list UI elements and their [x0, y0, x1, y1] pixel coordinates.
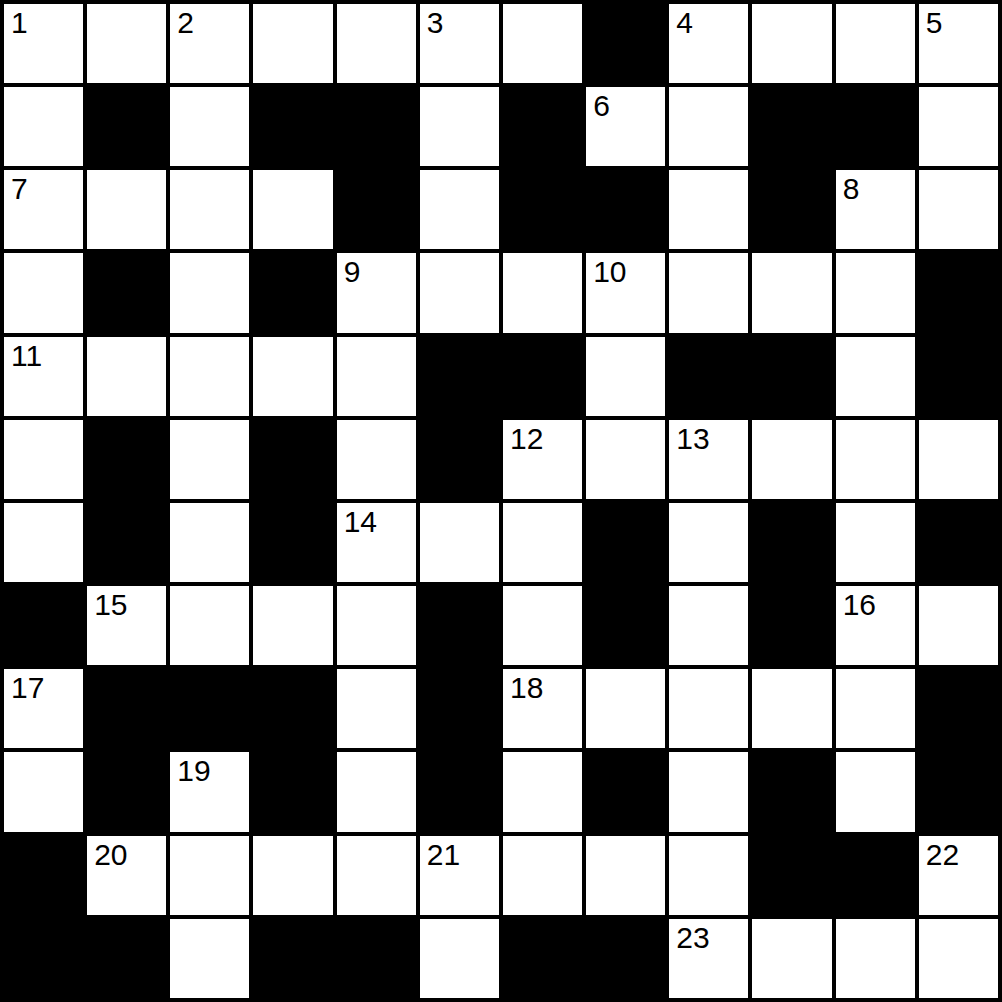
black-cell-r2c4	[337, 170, 416, 249]
cell-r2c2[interactable]	[170, 170, 249, 249]
cell-r0c9[interactable]	[752, 4, 831, 83]
cell-r0c1[interactable]	[87, 4, 166, 83]
cell-r6c0[interactable]	[4, 503, 83, 582]
black-cell-r8c1	[87, 669, 166, 748]
black-cell-r9c11	[919, 752, 998, 831]
cell-r5c4[interactable]	[337, 420, 416, 499]
cell-r3c2[interactable]	[170, 253, 249, 332]
cell-r3c5[interactable]	[420, 253, 499, 332]
clue-number-7: 7	[11, 172, 28, 205]
clue-number-12: 12	[510, 422, 543, 455]
cell-r5c9[interactable]	[752, 420, 831, 499]
clue-number-13: 13	[676, 422, 709, 455]
cell-r6c5[interactable]	[420, 503, 499, 582]
cell-r10c4[interactable]	[337, 836, 416, 915]
black-cell-r9c5	[420, 752, 499, 831]
cell-r7c4[interactable]	[337, 586, 416, 665]
cell-r11c8[interactable]: 23	[669, 919, 748, 998]
black-cell-r10c0	[4, 836, 83, 915]
black-cell-r11c3	[253, 919, 332, 998]
clue-number-14: 14	[344, 505, 377, 538]
cell-r11c9[interactable]	[752, 919, 831, 998]
cell-r7c2[interactable]	[170, 586, 249, 665]
clue-number-2: 2	[177, 6, 194, 39]
clue-number-23: 23	[676, 921, 709, 954]
black-cell-r5c5	[420, 420, 499, 499]
black-cell-r7c9	[752, 586, 831, 665]
black-cell-r2c7	[586, 170, 665, 249]
black-cell-r5c1	[87, 420, 166, 499]
clue-number-15: 15	[94, 588, 127, 621]
cell-r5c11[interactable]	[919, 420, 998, 499]
clue-number-17: 17	[11, 671, 44, 704]
cell-r1c0[interactable]	[4, 87, 83, 166]
black-cell-r9c3	[253, 752, 332, 831]
cell-r9c10[interactable]	[836, 752, 915, 831]
cell-r5c0[interactable]	[4, 420, 83, 499]
cell-r3c7[interactable]: 10	[586, 253, 665, 332]
clue-number-21: 21	[427, 838, 460, 871]
black-cell-r2c9	[752, 170, 831, 249]
cell-r7c6[interactable]	[503, 586, 582, 665]
cell-r10c1[interactable]: 20	[87, 836, 166, 915]
cell-r7c3[interactable]	[253, 586, 332, 665]
cell-r10c7[interactable]	[586, 836, 665, 915]
clue-number-16: 16	[843, 588, 876, 621]
cell-r6c2[interactable]	[170, 503, 249, 582]
cell-r10c2[interactable]	[170, 836, 249, 915]
black-cell-r8c3	[253, 669, 332, 748]
cell-r10c8[interactable]	[669, 836, 748, 915]
cell-r8c10[interactable]	[836, 669, 915, 748]
black-cell-r1c6	[503, 87, 582, 166]
black-cell-r0c7	[586, 4, 665, 83]
black-cell-r4c6	[503, 337, 582, 416]
cell-r3c4[interactable]: 9	[337, 253, 416, 332]
cell-r8c8[interactable]	[669, 669, 748, 748]
cell-r10c3[interactable]	[253, 836, 332, 915]
clue-number-20: 20	[94, 838, 127, 871]
cell-r0c3[interactable]	[253, 4, 332, 83]
black-cell-r11c7	[586, 919, 665, 998]
black-cell-r8c11	[919, 669, 998, 748]
cell-r8c7[interactable]	[586, 669, 665, 748]
cell-r1c8[interactable]	[669, 87, 748, 166]
cell-r0c5[interactable]: 3	[420, 4, 499, 83]
cell-r6c4[interactable]: 14	[337, 503, 416, 582]
black-cell-r10c9	[752, 836, 831, 915]
cell-r8c9[interactable]	[752, 669, 831, 748]
black-cell-r11c0	[4, 919, 83, 998]
black-cell-r7c5	[420, 586, 499, 665]
cell-r2c5[interactable]	[420, 170, 499, 249]
cell-r4c2[interactable]	[170, 337, 249, 416]
cell-r7c1[interactable]: 15	[87, 586, 166, 665]
cell-r0c2[interactable]: 2	[170, 4, 249, 83]
black-cell-r11c1	[87, 919, 166, 998]
black-cell-r4c9	[752, 337, 831, 416]
black-cell-r2c6	[503, 170, 582, 249]
cell-r7c10[interactable]: 16	[836, 586, 915, 665]
clue-number-5: 5	[926, 6, 943, 39]
black-cell-r3c11	[919, 253, 998, 332]
black-cell-r1c9	[752, 87, 831, 166]
cell-r2c8[interactable]	[669, 170, 748, 249]
black-cell-r11c6	[503, 919, 582, 998]
cell-r10c11[interactable]: 22	[919, 836, 998, 915]
cell-r6c10[interactable]	[836, 503, 915, 582]
cell-r4c3[interactable]	[253, 337, 332, 416]
black-cell-r1c10	[836, 87, 915, 166]
black-cell-r3c3	[253, 253, 332, 332]
cell-r3c8[interactable]	[669, 253, 748, 332]
cell-r4c10[interactable]	[836, 337, 915, 416]
cell-r9c8[interactable]	[669, 752, 748, 831]
black-cell-r1c3	[253, 87, 332, 166]
clue-number-19: 19	[177, 754, 210, 787]
black-cell-r7c0	[4, 586, 83, 665]
black-cell-r11c4	[337, 919, 416, 998]
cell-r2c11[interactable]	[919, 170, 998, 249]
cell-r5c8[interactable]: 13	[669, 420, 748, 499]
cell-r0c4[interactable]	[337, 4, 416, 83]
cell-r11c2[interactable]	[170, 919, 249, 998]
cell-r4c7[interactable]	[586, 337, 665, 416]
cell-r8c0[interactable]: 17	[4, 669, 83, 748]
cell-r9c4[interactable]	[337, 752, 416, 831]
black-cell-r6c3	[253, 503, 332, 582]
cell-r10c6[interactable]	[503, 836, 582, 915]
cell-r8c6[interactable]: 18	[503, 669, 582, 748]
cell-r0c6[interactable]	[503, 4, 582, 83]
cell-r0c0[interactable]: 1	[4, 4, 83, 83]
black-cell-r3c1	[87, 253, 166, 332]
cell-r11c11[interactable]	[919, 919, 998, 998]
cell-r5c7[interactable]	[586, 420, 665, 499]
cell-r7c11[interactable]	[919, 586, 998, 665]
clue-number-3: 3	[427, 6, 444, 39]
cell-r1c11[interactable]	[919, 87, 998, 166]
cell-r1c2[interactable]	[170, 87, 249, 166]
cell-r8c4[interactable]	[337, 669, 416, 748]
cell-r3c6[interactable]	[503, 253, 582, 332]
cell-r11c10[interactable]	[836, 919, 915, 998]
clue-number-10: 10	[593, 255, 626, 288]
cell-r2c0[interactable]: 7	[4, 170, 83, 249]
black-cell-r1c1	[87, 87, 166, 166]
cell-r10c5[interactable]: 21	[420, 836, 499, 915]
black-cell-r6c1	[87, 503, 166, 582]
black-cell-r4c8	[669, 337, 748, 416]
black-cell-r8c2	[170, 669, 249, 748]
black-cell-r4c5	[420, 337, 499, 416]
cell-r6c8[interactable]	[669, 503, 748, 582]
cell-r4c1[interactable]	[87, 337, 166, 416]
clue-number-1: 1	[11, 6, 28, 39]
black-cell-r9c9	[752, 752, 831, 831]
black-cell-r5c3	[253, 420, 332, 499]
black-cell-r9c1	[87, 752, 166, 831]
cell-r6c6[interactable]	[503, 503, 582, 582]
cell-r1c7[interactable]: 6	[586, 87, 665, 166]
cell-r2c1[interactable]	[87, 170, 166, 249]
clue-number-22: 22	[926, 838, 959, 871]
black-cell-r9c7	[586, 752, 665, 831]
cell-r4c4[interactable]	[337, 337, 416, 416]
cell-r9c0[interactable]	[4, 752, 83, 831]
cell-r9c6[interactable]	[503, 752, 582, 831]
black-cell-r4c11	[919, 337, 998, 416]
clue-number-8: 8	[843, 172, 860, 205]
cell-r0c8[interactable]: 4	[669, 4, 748, 83]
black-cell-r8c5	[420, 669, 499, 748]
cell-r5c10[interactable]	[836, 420, 915, 499]
cell-r7c8[interactable]	[669, 586, 748, 665]
cell-r2c3[interactable]	[253, 170, 332, 249]
black-cell-r6c9	[752, 503, 831, 582]
cell-r4c0[interactable]: 11	[4, 337, 83, 416]
cell-r0c10[interactable]	[836, 4, 915, 83]
black-cell-r10c10	[836, 836, 915, 915]
cell-r3c10[interactable]	[836, 253, 915, 332]
black-cell-r6c7	[586, 503, 665, 582]
cell-r9c2[interactable]: 19	[170, 752, 249, 831]
clue-number-9: 9	[344, 255, 361, 288]
crossword-board: 1234567891011121314151617181920212223	[0, 0, 1002, 1002]
cell-r1c5[interactable]	[420, 87, 499, 166]
black-cell-r6c11	[919, 503, 998, 582]
cell-r5c2[interactable]	[170, 420, 249, 499]
clue-number-11: 11	[11, 339, 42, 372]
black-cell-r7c7	[586, 586, 665, 665]
cell-r5c6[interactable]: 12	[503, 420, 582, 499]
cell-r2c10[interactable]: 8	[836, 170, 915, 249]
cell-r3c0[interactable]	[4, 253, 83, 332]
cell-r3c9[interactable]	[752, 253, 831, 332]
clue-number-18: 18	[510, 671, 543, 704]
black-cell-r1c4	[337, 87, 416, 166]
clue-number-6: 6	[593, 89, 610, 122]
cell-r11c5[interactable]	[420, 919, 499, 998]
clue-number-4: 4	[676, 6, 693, 39]
cell-r0c11[interactable]: 5	[919, 4, 998, 83]
